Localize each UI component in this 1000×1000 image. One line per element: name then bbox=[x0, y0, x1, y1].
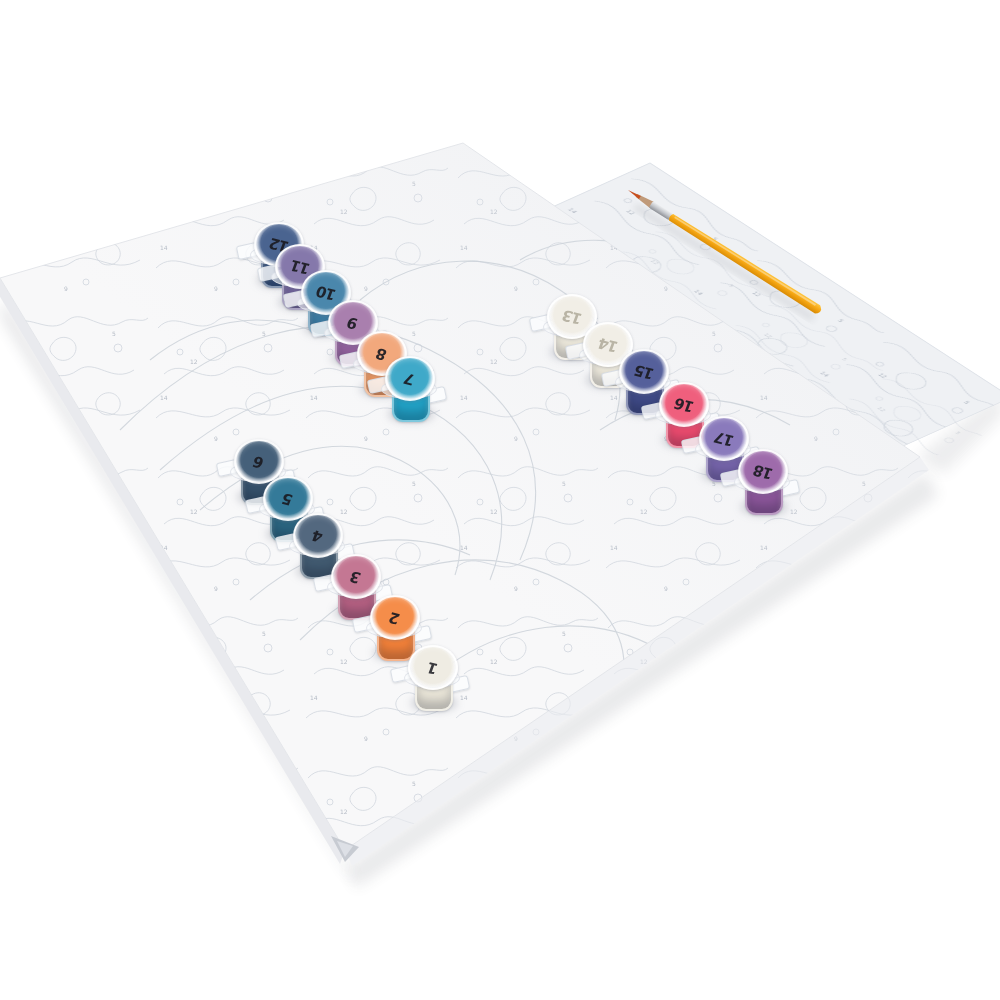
pot-number: 7 bbox=[402, 369, 417, 388]
pot-lid: 7 bbox=[385, 356, 435, 401]
scene-graphics: 125914 bbox=[0, 0, 1000, 1000]
paint-pot-7: 7 bbox=[376, 352, 440, 432]
paint-pot-1: 1 bbox=[399, 641, 463, 721]
pot-number: 3 bbox=[348, 567, 363, 586]
pot-number: 1 bbox=[425, 658, 440, 677]
pot-number: 18 bbox=[751, 461, 776, 483]
pot-number: 2 bbox=[387, 608, 402, 627]
product-photo: 125914 bbox=[0, 0, 1000, 1000]
pot-lid: 1 bbox=[408, 645, 458, 690]
paint-pot-18: 18 bbox=[729, 445, 793, 525]
pot-number: 6 bbox=[251, 452, 266, 471]
pot-lid: 18 bbox=[738, 449, 788, 494]
pot-number: 5 bbox=[280, 489, 295, 508]
pot-lid: 2 bbox=[370, 595, 420, 640]
pot-number: 4 bbox=[310, 526, 325, 545]
